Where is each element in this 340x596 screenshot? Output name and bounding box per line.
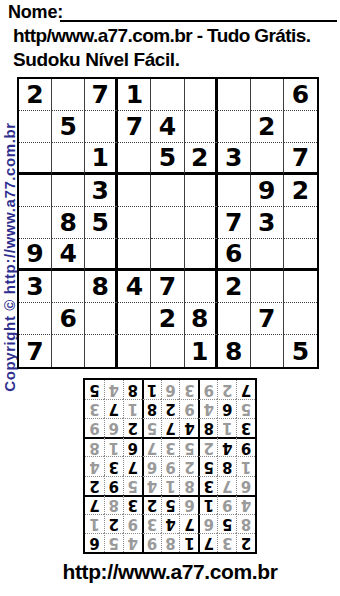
cell-r1c8 bbox=[251, 79, 284, 111]
cell-r5c9 bbox=[284, 207, 317, 239]
cell-r5c4 bbox=[118, 207, 151, 239]
answer-cell-r5c4: 2 bbox=[179, 456, 198, 475]
answer-cell-r6c3: 2 bbox=[198, 437, 217, 456]
answer-cell-r7c6: 5 bbox=[142, 418, 161, 437]
answer-cell-r7c7: 2 bbox=[123, 418, 142, 437]
answer-cell-r6c1: 9 bbox=[236, 437, 255, 456]
cell-r9c5 bbox=[151, 335, 184, 367]
cell-r8c7 bbox=[218, 303, 251, 335]
answer-cell-r9c4: 3 bbox=[179, 380, 198, 399]
cell-r6c9 bbox=[284, 239, 317, 271]
name-blank-line bbox=[60, 20, 337, 22]
answer-cell-r3c2: 9 bbox=[217, 495, 236, 514]
cell-r3c4 bbox=[118, 143, 151, 175]
answer-cell-r6c4: 5 bbox=[179, 437, 198, 456]
cell-r2c1 bbox=[19, 111, 52, 143]
cell-r4c6 bbox=[185, 175, 218, 207]
cell-r3c9: 7 bbox=[284, 143, 317, 175]
answer-cell-r3c3: 1 bbox=[198, 495, 217, 514]
cell-r6c5 bbox=[151, 239, 184, 271]
cell-r1c4: 1 bbox=[118, 79, 151, 111]
answer-cell-r2c9: 1 bbox=[85, 514, 104, 533]
cell-r1c6 bbox=[185, 79, 218, 111]
answer-cell-r8c5: 2 bbox=[161, 399, 180, 418]
cell-r8c2: 6 bbox=[52, 303, 85, 335]
answer-cell-r5c6: 6 bbox=[142, 456, 161, 475]
cell-r1c3: 7 bbox=[85, 79, 118, 111]
answer-cell-r9c7: 8 bbox=[123, 380, 142, 399]
answer-cell-r2c6: 3 bbox=[142, 514, 161, 533]
cell-r9c3 bbox=[85, 335, 118, 367]
answer-cell-r9c9: 5 bbox=[85, 380, 104, 399]
answer-cell-r2c5: 4 bbox=[161, 514, 180, 533]
answer-cell-r4c4: 8 bbox=[179, 476, 198, 495]
answer-cell-r4c1: 6 bbox=[236, 476, 255, 495]
cell-r2c7 bbox=[218, 111, 251, 143]
answer-cell-r2c4: 7 bbox=[179, 514, 198, 533]
cell-r4c2 bbox=[52, 175, 85, 207]
cell-r5c5 bbox=[151, 207, 184, 239]
cell-r3c6: 2 bbox=[185, 143, 218, 175]
answer-cell-r5c3: 5 bbox=[198, 456, 217, 475]
answer-cell-r2c1: 8 bbox=[236, 514, 255, 533]
cell-r9c7: 8 bbox=[218, 335, 251, 367]
answer-cell-r6c6: 7 bbox=[142, 437, 161, 456]
answer-cell-r8c1: 5 bbox=[236, 399, 255, 418]
name-label: Nome: bbox=[8, 2, 63, 23]
cell-r6c7: 6 bbox=[218, 239, 251, 271]
answer-cell-r5c1: 1 bbox=[236, 456, 255, 475]
cell-r1c7 bbox=[218, 79, 251, 111]
cell-r6c3 bbox=[85, 239, 118, 271]
cell-r9c2 bbox=[52, 335, 85, 367]
answer-cell-r1c4: 1 bbox=[179, 533, 198, 552]
answer-cell-r8c4: 9 bbox=[179, 399, 198, 418]
answer-cell-r4c2: 7 bbox=[217, 476, 236, 495]
answer-cell-r5c5: 9 bbox=[161, 456, 180, 475]
cell-r6c8 bbox=[251, 239, 284, 271]
answer-cell-r8c7: 1 bbox=[123, 399, 142, 418]
answer-cell-r1c5: 8 bbox=[161, 533, 180, 552]
answer-cell-r3c7: 3 bbox=[123, 495, 142, 514]
cell-r8c8: 7 bbox=[251, 303, 284, 335]
puzzle-level-title: Sudoku Nível Fácil. bbox=[13, 49, 180, 71]
answer-cell-r7c1: 3 bbox=[236, 418, 255, 437]
answer-cell-r8c2: 6 bbox=[217, 399, 236, 418]
cell-r6c1: 9 bbox=[19, 239, 52, 271]
cell-r8c1 bbox=[19, 303, 52, 335]
cell-r5c8: 3 bbox=[251, 207, 284, 239]
answer-cell-r9c3: 9 bbox=[198, 380, 217, 399]
answer-cell-r4c6: 4 bbox=[142, 476, 161, 495]
cell-r7c2 bbox=[52, 271, 85, 303]
cell-r9c9: 5 bbox=[284, 335, 317, 367]
answer-cell-r9c5: 6 bbox=[161, 380, 180, 399]
cell-r8c9 bbox=[284, 303, 317, 335]
cell-r7c4: 4 bbox=[118, 271, 151, 303]
cell-r5c3: 5 bbox=[85, 207, 118, 239]
answer-cell-r3c6: 2 bbox=[142, 495, 161, 514]
cell-r1c9: 6 bbox=[284, 79, 317, 111]
answer-cell-r1c7: 4 bbox=[123, 533, 142, 552]
cell-r5c6 bbox=[185, 207, 218, 239]
cell-r3c7: 3 bbox=[218, 143, 251, 175]
cell-r7c7: 2 bbox=[218, 271, 251, 303]
answer-cell-r3c5: 5 bbox=[161, 495, 180, 514]
answer-cell-r8c8: 7 bbox=[104, 399, 123, 418]
answer-cell-r1c6: 9 bbox=[142, 533, 161, 552]
answer-cell-r1c9: 6 bbox=[85, 533, 104, 552]
cell-r4c7 bbox=[218, 175, 251, 207]
cell-r7c1: 3 bbox=[19, 271, 52, 303]
answer-cell-r2c7: 9 bbox=[123, 514, 142, 533]
cell-r9c1: 7 bbox=[19, 335, 52, 367]
answer-cell-r5c9: 4 bbox=[85, 456, 104, 475]
cell-r3c5: 5 bbox=[151, 143, 184, 175]
cell-r8c6: 8 bbox=[185, 303, 218, 335]
answer-cell-r1c8: 5 bbox=[104, 533, 123, 552]
sudoku-grid: 271657421523739285739463847262877185 bbox=[17, 77, 319, 369]
cell-r4c3: 3 bbox=[85, 175, 118, 207]
answer-cell-r3c1: 4 bbox=[236, 495, 255, 514]
cell-r6c4 bbox=[118, 239, 151, 271]
answer-cell-r9c6: 1 bbox=[142, 380, 161, 399]
answer-cell-r3c9: 7 bbox=[85, 495, 104, 514]
cell-r1c1: 2 bbox=[19, 79, 52, 111]
cell-r2c9 bbox=[284, 111, 317, 143]
answer-cell-r9c1: 7 bbox=[236, 380, 255, 399]
answer-cell-r4c3: 3 bbox=[198, 476, 217, 495]
answer-cell-r2c3: 6 bbox=[198, 514, 217, 533]
answer-cell-r3c8: 8 bbox=[104, 495, 123, 514]
cell-r2c4: 7 bbox=[118, 111, 151, 143]
cell-r9c6: 1 bbox=[185, 335, 218, 367]
answer-cell-r9c2: 2 bbox=[217, 380, 236, 399]
cell-r2c8: 2 bbox=[251, 111, 284, 143]
footer-url: http://www.a77.com.br bbox=[0, 560, 340, 584]
answer-cell-r4c5: 1 bbox=[161, 476, 180, 495]
answer-cell-r1c3: 7 bbox=[198, 533, 217, 552]
cell-r9c4 bbox=[118, 335, 151, 367]
answer-cell-r5c7: 7 bbox=[123, 456, 142, 475]
answer-cell-r3c4: 6 bbox=[179, 495, 198, 514]
cell-r6c2: 4 bbox=[52, 239, 85, 271]
answer-cell-r1c1: 2 bbox=[236, 533, 255, 552]
cell-r7c5: 7 bbox=[151, 271, 184, 303]
cell-r7c9 bbox=[284, 271, 317, 303]
cell-r2c3 bbox=[85, 111, 118, 143]
answer-cell-r2c8: 2 bbox=[104, 514, 123, 533]
cell-r5c1 bbox=[19, 207, 52, 239]
cell-r8c5: 2 bbox=[151, 303, 184, 335]
cell-r3c8 bbox=[251, 143, 284, 175]
cell-r2c5: 4 bbox=[151, 111, 184, 143]
answer-cell-r6c5: 3 bbox=[161, 437, 180, 456]
answer-cell-r8c3: 4 bbox=[198, 399, 217, 418]
cell-r3c1 bbox=[19, 143, 52, 175]
cell-r4c1 bbox=[19, 175, 52, 207]
answer-cell-r7c4: 4 bbox=[179, 418, 198, 437]
cell-r3c3: 1 bbox=[85, 143, 118, 175]
cell-r4c9: 2 bbox=[284, 175, 317, 207]
answer-cell-r4c7: 5 bbox=[123, 476, 142, 495]
cell-r5c7: 7 bbox=[218, 207, 251, 239]
answer-cell-r6c9: 8 bbox=[85, 437, 104, 456]
answer-cell-r6c8: 1 bbox=[104, 437, 123, 456]
answer-cell-r6c2: 4 bbox=[217, 437, 236, 456]
answer-cell-r7c5: 7 bbox=[161, 418, 180, 437]
cell-r6c6 bbox=[185, 239, 218, 271]
cell-r7c3: 8 bbox=[85, 271, 118, 303]
cell-r2c6 bbox=[185, 111, 218, 143]
answer-cell-r7c2: 1 bbox=[217, 418, 236, 437]
cell-r3c2 bbox=[52, 143, 85, 175]
answer-grid-rotated: 2371894568567439214916523876738145921852… bbox=[83, 378, 257, 554]
cell-r5c2: 8 bbox=[52, 207, 85, 239]
answer-cell-r5c2: 8 bbox=[217, 456, 236, 475]
answer-cell-r1c2: 3 bbox=[217, 533, 236, 552]
answer-cell-r4c9: 2 bbox=[85, 476, 104, 495]
cell-r7c8 bbox=[251, 271, 284, 303]
site-title: http/www.a77.com.br - Tudo Grátis. bbox=[13, 25, 310, 47]
cell-r2c2: 5 bbox=[52, 111, 85, 143]
answer-cell-r9c8: 4 bbox=[104, 380, 123, 399]
cell-r8c3 bbox=[85, 303, 118, 335]
answer-cell-r8c9: 3 bbox=[85, 399, 104, 418]
answer-cell-r7c8: 6 bbox=[104, 418, 123, 437]
cell-r4c8: 9 bbox=[251, 175, 284, 207]
answer-cell-r6c7: 6 bbox=[123, 437, 142, 456]
cell-r7c6 bbox=[185, 271, 218, 303]
answer-cell-r2c2: 5 bbox=[217, 514, 236, 533]
answer-cell-r5c8: 3 bbox=[104, 456, 123, 475]
cell-r4c4 bbox=[118, 175, 151, 207]
answer-cell-r4c8: 9 bbox=[104, 476, 123, 495]
page: Nome: http/www.a77.com.br - Tudo Grátis.… bbox=[0, 0, 340, 596]
cell-r1c2 bbox=[52, 79, 85, 111]
answer-cell-r7c3: 8 bbox=[198, 418, 217, 437]
cell-r8c4 bbox=[118, 303, 151, 335]
cell-r9c8 bbox=[251, 335, 284, 367]
cell-r1c5 bbox=[151, 79, 184, 111]
cell-r4c5 bbox=[151, 175, 184, 207]
answer-cell-r7c9: 9 bbox=[85, 418, 104, 437]
answer-cell-r8c6: 8 bbox=[142, 399, 161, 418]
